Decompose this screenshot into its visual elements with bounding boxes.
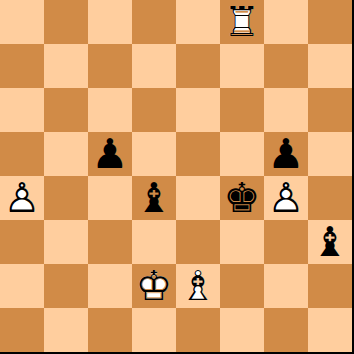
square-c8[interactable] xyxy=(88,0,132,44)
square-d5[interactable] xyxy=(132,132,176,176)
square-b8[interactable] xyxy=(44,0,88,44)
square-h5[interactable] xyxy=(308,132,352,176)
square-a3[interactable] xyxy=(0,220,44,264)
square-c5[interactable]: ♟ xyxy=(88,132,132,176)
black-bishop-d4[interactable]: ♝ xyxy=(132,176,176,220)
piece-outline-glyph: ♖ xyxy=(220,0,264,44)
square-e1[interactable] xyxy=(176,308,220,352)
piece-outline-glyph: ♙ xyxy=(0,176,44,220)
square-b3[interactable] xyxy=(44,220,88,264)
piece-glyph: ♝ xyxy=(132,176,176,220)
white-bishop-e2[interactable]: ♝♗ xyxy=(176,264,220,308)
square-d4[interactable]: ♝ xyxy=(132,176,176,220)
piece-outline-glyph: ♙ xyxy=(264,176,308,220)
square-f4[interactable]: ♚ xyxy=(220,176,264,220)
square-g1[interactable] xyxy=(264,308,308,352)
square-g8[interactable] xyxy=(264,0,308,44)
white-pawn-a4[interactable]: ♟♙ xyxy=(0,176,44,220)
square-g2[interactable] xyxy=(264,264,308,308)
square-e4[interactable] xyxy=(176,176,220,220)
square-b4[interactable] xyxy=(44,176,88,220)
piece-glyph: ♚ xyxy=(220,176,264,220)
piece-glyph: ♟ xyxy=(264,132,308,176)
square-c1[interactable] xyxy=(88,308,132,352)
square-d1[interactable] xyxy=(132,308,176,352)
black-king-f4[interactable]: ♚ xyxy=(220,176,264,220)
square-f3[interactable] xyxy=(220,220,264,264)
piece-outline-glyph: ♔ xyxy=(132,264,176,308)
square-a5[interactable] xyxy=(0,132,44,176)
square-e6[interactable] xyxy=(176,88,220,132)
square-h6[interactable] xyxy=(308,88,352,132)
square-a8[interactable] xyxy=(0,0,44,44)
square-c4[interactable] xyxy=(88,176,132,220)
black-pawn-g5[interactable]: ♟ xyxy=(264,132,308,176)
square-h1[interactable] xyxy=(308,308,352,352)
square-d3[interactable] xyxy=(132,220,176,264)
piece-outline-glyph: ♗ xyxy=(176,264,220,308)
black-bishop-h3[interactable]: ♝ xyxy=(308,220,352,264)
square-d2[interactable]: ♚♔ xyxy=(132,264,176,308)
square-f7[interactable] xyxy=(220,44,264,88)
square-f2[interactable] xyxy=(220,264,264,308)
square-d7[interactable] xyxy=(132,44,176,88)
square-c3[interactable] xyxy=(88,220,132,264)
white-king-d2[interactable]: ♚♔ xyxy=(132,264,176,308)
square-h2[interactable] xyxy=(308,264,352,308)
square-b6[interactable] xyxy=(44,88,88,132)
square-e8[interactable] xyxy=(176,0,220,44)
white-pawn-g4[interactable]: ♟♙ xyxy=(264,176,308,220)
square-e3[interactable] xyxy=(176,220,220,264)
square-e2[interactable]: ♝♗ xyxy=(176,264,220,308)
chess-board: ♜♖♟♟♟♙♝♚♟♙♝♚♔♝♗ xyxy=(0,0,352,352)
square-a7[interactable] xyxy=(0,44,44,88)
square-f5[interactable] xyxy=(220,132,264,176)
square-g4[interactable]: ♟♙ xyxy=(264,176,308,220)
square-g6[interactable] xyxy=(264,88,308,132)
square-a1[interactable] xyxy=(0,308,44,352)
black-pawn-c5[interactable]: ♟ xyxy=(88,132,132,176)
square-a6[interactable] xyxy=(0,88,44,132)
square-b2[interactable] xyxy=(44,264,88,308)
square-a2[interactable] xyxy=(0,264,44,308)
square-g5[interactable]: ♟ xyxy=(264,132,308,176)
square-d6[interactable] xyxy=(132,88,176,132)
square-b7[interactable] xyxy=(44,44,88,88)
square-g3[interactable] xyxy=(264,220,308,264)
square-h4[interactable] xyxy=(308,176,352,220)
square-c6[interactable] xyxy=(88,88,132,132)
square-b5[interactable] xyxy=(44,132,88,176)
square-e7[interactable] xyxy=(176,44,220,88)
square-b1[interactable] xyxy=(44,308,88,352)
square-h3[interactable]: ♝ xyxy=(308,220,352,264)
piece-glyph: ♝ xyxy=(308,220,352,264)
square-f8[interactable]: ♜♖ xyxy=(220,0,264,44)
white-rook-f8[interactable]: ♜♖ xyxy=(220,0,264,44)
square-d8[interactable] xyxy=(132,0,176,44)
square-f6[interactable] xyxy=(220,88,264,132)
square-a4[interactable]: ♟♙ xyxy=(0,176,44,220)
square-c7[interactable] xyxy=(88,44,132,88)
square-h8[interactable] xyxy=(308,0,352,44)
square-g7[interactable] xyxy=(264,44,308,88)
square-c2[interactable] xyxy=(88,264,132,308)
piece-glyph: ♟ xyxy=(88,132,132,176)
square-f1[interactable] xyxy=(220,308,264,352)
square-h7[interactable] xyxy=(308,44,352,88)
square-e5[interactable] xyxy=(176,132,220,176)
